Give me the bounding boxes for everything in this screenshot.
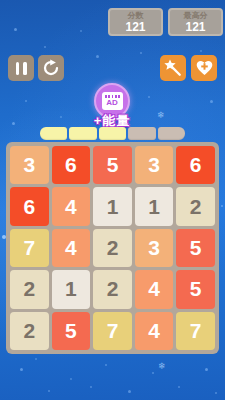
energy-bar [40,127,185,140]
background-particle [25,100,27,102]
tile: 4 [52,229,91,267]
background-particle [12,122,15,125]
magic-wand-button[interactable] [160,55,186,81]
tile: 2 [93,270,132,308]
background-particle [90,386,92,388]
magic-wand-icon [164,59,182,77]
restart-button[interactable] [38,55,64,81]
game-board[interactable]: 3653664112742352124525747 [6,142,219,354]
background-particle [70,378,72,380]
energy-segment-empty [128,127,155,140]
background-particle [205,368,208,371]
background-particle [44,46,46,48]
tile: 7 [10,229,49,267]
tile: 4 [135,312,174,350]
energy-segment-filled [99,127,126,140]
tile: 2 [10,312,49,350]
tile: 3 [135,229,174,267]
tile: 4 [52,187,91,225]
tile: 3 [10,146,49,184]
background-particle [196,28,198,30]
background-particle [105,364,107,366]
tile: 2 [93,229,132,267]
background-particle [152,372,154,374]
background-particle [140,52,142,54]
best-score-value: 121 [170,21,221,33]
tile: 5 [176,229,215,267]
tile: 5 [93,146,132,184]
heart-plus-icon [196,60,213,76]
background-particle [20,368,23,371]
tile: 5 [52,312,91,350]
background-particle [14,28,17,31]
best-score-panel: 最高分 121 [168,8,223,36]
background-particle [178,386,180,388]
background-particle [215,392,217,394]
health-button[interactable] [191,55,217,81]
snowflake-icon: ❄ [158,362,166,371]
background-particle [35,358,37,360]
tile: 2 [176,187,215,225]
ad-ticket-icon: AD [102,92,123,110]
tile: 7 [176,312,215,350]
energy-segment-filled [40,127,67,140]
tile: 6 [10,187,49,225]
tile: 5 [176,270,215,308]
energy-segment-filled [69,127,96,140]
score-value: 121 [110,21,161,33]
background-particle [210,100,213,103]
tile: 3 [135,146,174,184]
energy-segment-empty [158,127,185,140]
background-particle [148,96,150,98]
background-particle [96,55,99,58]
restart-icon [42,59,60,77]
background-particle [48,390,50,392]
pause-button[interactable] [8,55,34,81]
background-particle [128,390,131,393]
game-screen: ❄ ❄ 分数 121 最高分 121 AD [0,0,225,400]
tile: 1 [93,187,132,225]
background-particle [200,50,202,52]
ad-label: AD [106,99,118,107]
tile: 6 [176,146,215,184]
pause-icon [16,62,27,75]
tile: 7 [93,312,132,350]
score-panel: 分数 121 [108,8,163,36]
tile: 1 [52,270,91,308]
tile: 6 [52,146,91,184]
background-particle [80,30,82,32]
background-particle [60,116,62,118]
background-particle [221,205,223,207]
tile: 2 [10,270,49,308]
tile: 1 [135,187,174,225]
tile: 4 [135,270,174,308]
background-particle [2,235,6,239]
